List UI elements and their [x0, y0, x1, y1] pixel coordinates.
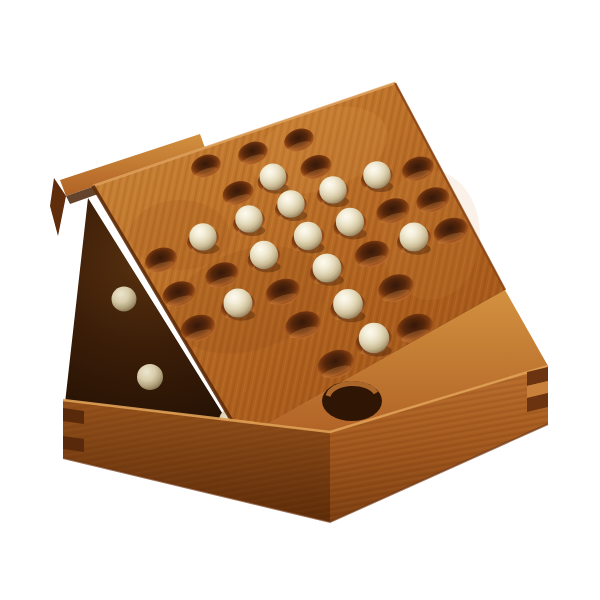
- dovetail-joints-right: [527, 367, 548, 412]
- marble-r2c3[interactable]: [277, 190, 305, 218]
- marble-r2c2[interactable]: [235, 205, 263, 233]
- marble-r5c3[interactable]: [333, 289, 363, 319]
- peg-solitaire-photo: [0, 0, 600, 600]
- tray-marble-2[interactable]: [137, 364, 163, 390]
- marble-r2c1[interactable]: [189, 223, 217, 251]
- marble-r4c3[interactable]: [312, 253, 341, 282]
- tray-marble-1[interactable]: [112, 287, 137, 312]
- marble-r2c4[interactable]: [319, 176, 347, 204]
- lid-notch: [322, 381, 382, 421]
- marble-r3c3[interactable]: [294, 222, 322, 250]
- marble-r4c1[interactable]: [223, 288, 252, 317]
- marble-r6c3[interactable]: [359, 323, 390, 354]
- marble-r3c4[interactable]: [336, 208, 364, 236]
- marble-r4c5[interactable]: [399, 222, 428, 251]
- scene-svg: [0, 0, 600, 600]
- marble-r1c3[interactable]: [260, 164, 287, 191]
- marble-r3c2[interactable]: [250, 241, 278, 269]
- marble-r2c5[interactable]: [363, 161, 391, 189]
